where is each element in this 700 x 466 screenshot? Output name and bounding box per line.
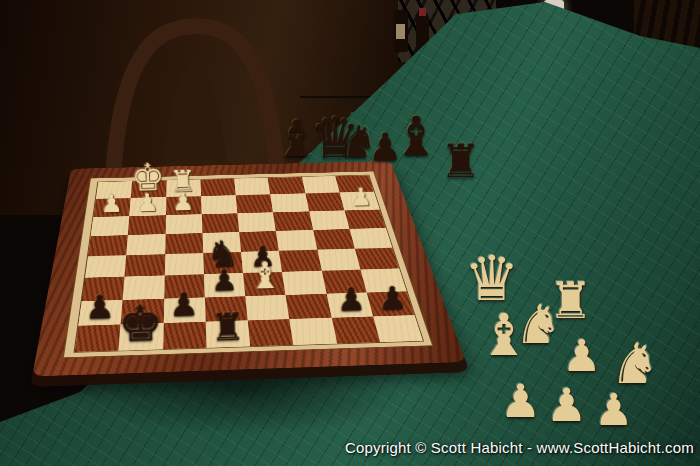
square-c2[interactable] <box>270 194 308 213</box>
bottle-label <box>396 24 405 39</box>
black-pawn[interactable]: ♟ <box>84 291 114 324</box>
captured-white-pawn: ♟ <box>594 388 633 432</box>
square-d3[interactable] <box>237 212 276 232</box>
white-bishop[interactable]: ♝ <box>248 257 282 295</box>
square-d2[interactable] <box>236 194 273 213</box>
captured-white-rook: ♜ <box>548 276 593 326</box>
square-h8[interactable] <box>75 324 121 352</box>
square-h2[interactable]: ♟ <box>93 198 131 217</box>
square-c1[interactable] <box>268 177 305 195</box>
maple-border-band: ♚♜♟♟♟♟♞♟♟♝♟♟♟♟♚♜ <box>63 171 434 358</box>
square-d8[interactable] <box>248 319 294 346</box>
white-pawn[interactable]: ♟ <box>136 190 159 215</box>
square-f3[interactable] <box>165 214 202 234</box>
square-a7[interactable]: ♟ <box>366 291 414 316</box>
square-b2[interactable] <box>305 193 344 212</box>
square-b3[interactable] <box>309 210 350 230</box>
square-g4[interactable] <box>126 234 165 255</box>
captured-white-pawn: ♟ <box>562 334 601 378</box>
chess-board: ♚♜♟♟♟♟♞♟♟♝♟♟♟♟♚♜ <box>32 161 466 376</box>
square-c6[interactable] <box>282 271 326 295</box>
captured-white-pawn: ♟ <box>546 382 587 428</box>
square-b7[interactable]: ♟ <box>326 292 373 317</box>
square-c4[interactable] <box>276 230 317 251</box>
black-king[interactable]: ♚ <box>117 299 163 349</box>
square-f8[interactable] <box>163 322 207 350</box>
board-grid: ♚♜♟♟♟♟♞♟♟♝♟♟♟♟♚♜ <box>74 175 425 353</box>
black-pawn[interactable]: ♟ <box>337 283 366 316</box>
captured-black-bishop: ♝ <box>392 110 440 164</box>
square-e1[interactable] <box>200 179 235 197</box>
square-d6[interactable]: ♝ <box>243 272 286 296</box>
square-h7[interactable]: ♟ <box>78 300 122 326</box>
square-b8[interactable] <box>331 316 380 343</box>
square-d1[interactable] <box>234 178 270 196</box>
square-a8[interactable] <box>373 315 423 342</box>
captured-black-rook: ♜ <box>440 138 481 184</box>
wine-bottle <box>394 10 408 52</box>
white-pawn[interactable]: ♟ <box>172 189 195 214</box>
square-c8[interactable] <box>290 318 337 345</box>
square-g8[interactable]: ♚ <box>119 323 163 351</box>
captured-white-pawn: ♟ <box>500 378 541 424</box>
photo-scene: ♚♜♟♟♟♟♞♟♟♝♟♟♟♟♚♜ ♝♛♞♟♝♜♛♝♞♜♟♞♟♟♟ Copyrig… <box>0 0 700 466</box>
square-b5[interactable] <box>317 249 360 271</box>
square-f2[interactable]: ♟ <box>166 196 202 215</box>
square-g5[interactable] <box>125 254 165 277</box>
square-e8[interactable]: ♜ <box>206 320 251 347</box>
square-h5[interactable] <box>85 255 126 278</box>
black-pawn[interactable]: ♟ <box>378 282 407 315</box>
square-d7[interactable] <box>245 295 289 321</box>
square-e6[interactable]: ♟ <box>204 273 245 297</box>
square-g3[interactable] <box>128 215 166 235</box>
copyright-watermark: Copyright © Scott Habicht - www.ScottHab… <box>345 439 694 456</box>
square-f7[interactable]: ♟ <box>163 297 205 323</box>
white-pawn[interactable]: ♟ <box>350 184 373 209</box>
square-c7[interactable] <box>286 294 331 319</box>
square-a5[interactable] <box>355 248 399 270</box>
square-a3[interactable] <box>344 209 385 229</box>
square-h3[interactable] <box>91 216 130 236</box>
square-c3[interactable] <box>273 211 313 231</box>
rosewood-frame: ♚♜♟♟♟♟♞♟♟♝♟♟♟♟♚♜ <box>32 161 466 376</box>
square-a4[interactable] <box>349 228 392 249</box>
square-h4[interactable] <box>88 235 128 256</box>
square-b1[interactable] <box>301 176 339 193</box>
black-pawn[interactable]: ♟ <box>211 266 238 296</box>
square-a2[interactable]: ♟ <box>339 192 379 210</box>
square-c5[interactable] <box>279 250 321 272</box>
white-pawn[interactable]: ♟ <box>100 191 123 216</box>
square-f4[interactable] <box>165 233 203 254</box>
square-g2[interactable]: ♟ <box>130 197 166 216</box>
square-f5[interactable] <box>164 253 203 276</box>
square-e2[interactable] <box>201 195 237 214</box>
black-rook[interactable]: ♜ <box>210 307 245 346</box>
square-e3[interactable] <box>202 213 240 233</box>
bottle-cap <box>419 8 426 16</box>
black-pawn[interactable]: ♟ <box>169 288 199 321</box>
square-b4[interactable] <box>313 229 355 250</box>
